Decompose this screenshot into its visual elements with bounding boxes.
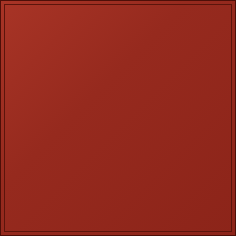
chess-board xyxy=(4,4,232,232)
board-frame xyxy=(0,0,236,236)
